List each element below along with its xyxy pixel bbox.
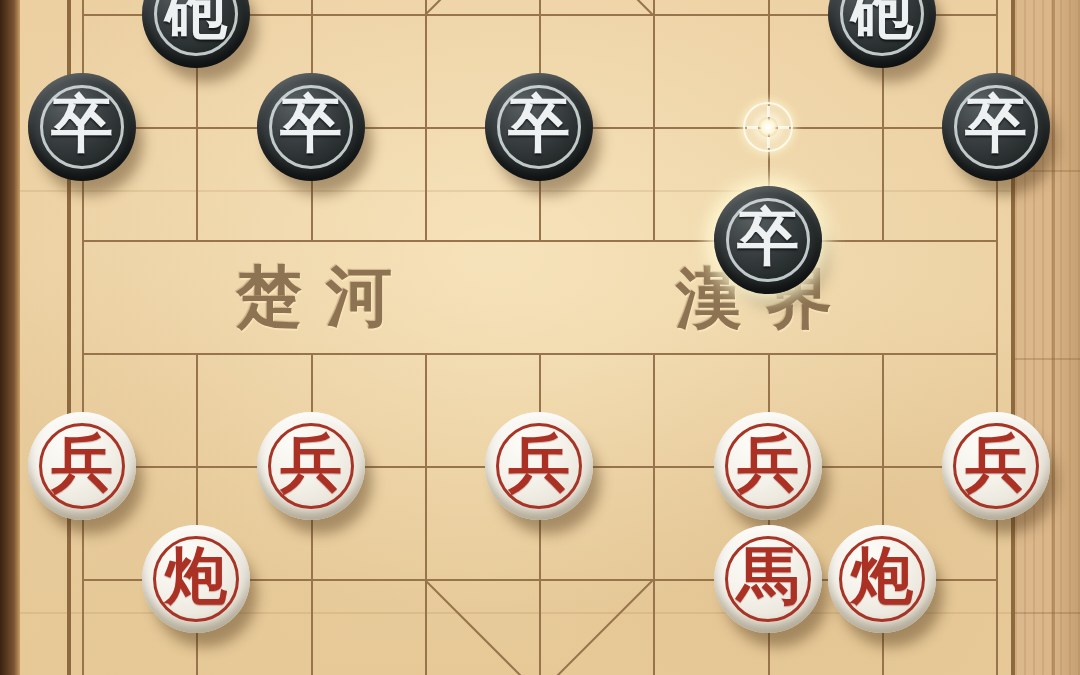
piece-character: 卒 — [51, 93, 113, 155]
piece-black-soldier-3[interactable]: 卒 — [485, 73, 593, 181]
piece-character: 兵 — [280, 432, 342, 494]
piece-character: 兵 — [51, 432, 113, 494]
piece-character: 卒 — [737, 206, 799, 268]
piece-red-cannon-left[interactable]: 炮 — [142, 525, 250, 633]
piece-red-soldier-1[interactable]: 兵 — [28, 412, 136, 520]
piece-red-soldier-3[interactable]: 兵 — [485, 412, 593, 520]
piece-black-cannon-left[interactable]: 砲 — [142, 0, 250, 68]
piece-character: 兵 — [508, 432, 570, 494]
pieces-layer: 砲砲卒卒卒卒卒兵兵兵兵兵炮馬炮 — [0, 0, 1080, 675]
piece-character: 炮 — [165, 545, 227, 607]
piece-character: 砲 — [851, 0, 913, 42]
piece-black-cannon-right[interactable]: 砲 — [828, 0, 936, 68]
piece-character: 兵 — [965, 432, 1027, 494]
piece-red-soldier-2[interactable]: 兵 — [257, 412, 365, 520]
piece-character: 砲 — [165, 0, 227, 42]
piece-red-soldier-5[interactable]: 兵 — [942, 412, 1050, 520]
piece-black-soldier-5[interactable]: 卒 — [942, 73, 1050, 181]
piece-character: 馬 — [737, 545, 799, 607]
board-frame-left — [0, 0, 20, 675]
piece-red-horse-right[interactable]: 馬 — [714, 525, 822, 633]
piece-red-cannon-right[interactable]: 炮 — [828, 525, 936, 633]
piece-red-soldier-4[interactable]: 兵 — [714, 412, 822, 520]
piece-character: 炮 — [851, 545, 913, 607]
piece-black-soldier-4-moved[interactable]: 卒 — [714, 186, 822, 294]
piece-character: 卒 — [280, 93, 342, 155]
piece-character: 兵 — [737, 432, 799, 494]
piece-black-soldier-1[interactable]: 卒 — [28, 73, 136, 181]
piece-black-soldier-2[interactable]: 卒 — [257, 73, 365, 181]
xiangqi-game-screen: 楚河 漢界 砲砲卒卒卒卒卒兵兵兵兵兵炮馬炮 — [0, 0, 1080, 675]
piece-character: 卒 — [965, 93, 1027, 155]
piece-character: 卒 — [508, 93, 570, 155]
